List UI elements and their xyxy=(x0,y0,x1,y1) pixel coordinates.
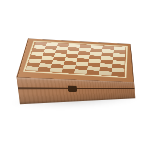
chessboard-product-photo xyxy=(0,0,150,150)
